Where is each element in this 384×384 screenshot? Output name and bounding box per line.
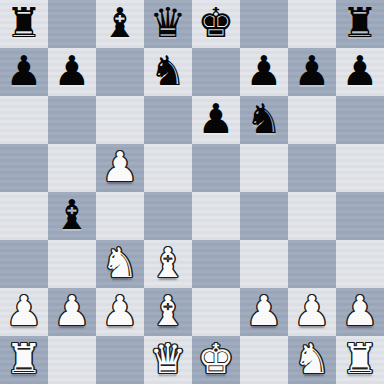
square-d5[interactable] — [144, 144, 192, 192]
square-f6[interactable]: ♞ — [240, 96, 288, 144]
square-d7[interactable]: ♞ — [144, 48, 192, 96]
square-d8[interactable]: ♛ — [144, 0, 192, 48]
square-f2[interactable]: ♟ — [240, 288, 288, 336]
piece-white-pawn[interactable]: ♟ — [342, 288, 379, 335]
square-g3[interactable] — [288, 240, 336, 288]
piece-white-pawn[interactable]: ♟ — [54, 288, 91, 335]
square-g6[interactable] — [288, 96, 336, 144]
piece-white-king[interactable]: ♚ — [198, 336, 235, 383]
square-f1[interactable] — [240, 336, 288, 384]
piece-black-pawn[interactable]: ♟ — [342, 48, 379, 95]
square-a2[interactable]: ♟ — [0, 288, 48, 336]
square-d1[interactable]: ♛ — [144, 336, 192, 384]
square-d4[interactable] — [144, 192, 192, 240]
square-h1[interactable]: ♜ — [336, 336, 384, 384]
square-e3[interactable] — [192, 240, 240, 288]
square-h4[interactable] — [336, 192, 384, 240]
square-e6[interactable]: ♟ — [192, 96, 240, 144]
square-a5[interactable] — [0, 144, 48, 192]
square-d3[interactable]: ♝ — [144, 240, 192, 288]
piece-white-knight[interactable]: ♞ — [294, 336, 331, 383]
square-b7[interactable]: ♟ — [48, 48, 96, 96]
piece-white-rook[interactable]: ♜ — [6, 336, 43, 383]
piece-black-bishop[interactable]: ♝ — [54, 192, 91, 239]
square-c7[interactable] — [96, 48, 144, 96]
square-b2[interactable]: ♟ — [48, 288, 96, 336]
square-a7[interactable]: ♟ — [0, 48, 48, 96]
piece-white-pawn[interactable]: ♟ — [294, 288, 331, 335]
square-a3[interactable] — [0, 240, 48, 288]
square-b5[interactable] — [48, 144, 96, 192]
piece-white-queen[interactable]: ♛ — [150, 336, 187, 383]
piece-black-rook[interactable]: ♜ — [6, 0, 43, 47]
square-g7[interactable]: ♟ — [288, 48, 336, 96]
square-h2[interactable]: ♟ — [336, 288, 384, 336]
square-f4[interactable] — [240, 192, 288, 240]
square-g1[interactable]: ♞ — [288, 336, 336, 384]
square-e5[interactable] — [192, 144, 240, 192]
square-g5[interactable] — [288, 144, 336, 192]
square-c1[interactable] — [96, 336, 144, 384]
piece-black-bishop[interactable]: ♝ — [102, 0, 139, 47]
square-f5[interactable] — [240, 144, 288, 192]
square-c8[interactable]: ♝ — [96, 0, 144, 48]
square-c5[interactable]: ♟ — [96, 144, 144, 192]
square-a4[interactable] — [0, 192, 48, 240]
square-a6[interactable] — [0, 96, 48, 144]
square-f8[interactable] — [240, 0, 288, 48]
square-e7[interactable] — [192, 48, 240, 96]
piece-black-pawn[interactable]: ♟ — [246, 48, 283, 95]
square-a1[interactable]: ♜ — [0, 336, 48, 384]
piece-white-pawn[interactable]: ♟ — [102, 144, 139, 191]
piece-white-bishop[interactable]: ♝ — [150, 288, 187, 335]
square-e4[interactable] — [192, 192, 240, 240]
piece-white-rook[interactable]: ♜ — [342, 336, 379, 383]
square-c3[interactable]: ♞ — [96, 240, 144, 288]
square-h6[interactable] — [336, 96, 384, 144]
square-b1[interactable] — [48, 336, 96, 384]
piece-black-pawn[interactable]: ♟ — [54, 48, 91, 95]
square-e1[interactable]: ♚ — [192, 336, 240, 384]
square-d2[interactable]: ♝ — [144, 288, 192, 336]
chess-board: ♜♝♛♚♜♟♟♞♟♟♟♟♞♟♝♞♝♟♟♟♝♟♟♟♜♛♚♞♜ — [0, 0, 384, 384]
piece-black-pawn[interactable]: ♟ — [6, 48, 43, 95]
square-g8[interactable] — [288, 0, 336, 48]
square-h5[interactable] — [336, 144, 384, 192]
piece-white-pawn[interactable]: ♟ — [6, 288, 43, 335]
square-b6[interactable] — [48, 96, 96, 144]
piece-black-knight[interactable]: ♞ — [246, 96, 283, 143]
piece-black-rook[interactable]: ♜ — [342, 0, 379, 47]
square-b4[interactable]: ♝ — [48, 192, 96, 240]
piece-black-queen[interactable]: ♛ — [150, 0, 187, 47]
piece-black-pawn[interactable]: ♟ — [294, 48, 331, 95]
piece-black-knight[interactable]: ♞ — [150, 48, 187, 95]
square-a8[interactable]: ♜ — [0, 0, 48, 48]
square-b3[interactable] — [48, 240, 96, 288]
square-h3[interactable] — [336, 240, 384, 288]
piece-black-pawn[interactable]: ♟ — [198, 96, 235, 143]
square-h8[interactable]: ♜ — [336, 0, 384, 48]
piece-white-pawn[interactable]: ♟ — [246, 288, 283, 335]
piece-white-pawn[interactable]: ♟ — [102, 288, 139, 335]
piece-black-king[interactable]: ♚ — [198, 0, 235, 47]
square-f3[interactable] — [240, 240, 288, 288]
square-g4[interactable] — [288, 192, 336, 240]
square-e2[interactable] — [192, 288, 240, 336]
square-b8[interactable] — [48, 0, 96, 48]
square-e8[interactable]: ♚ — [192, 0, 240, 48]
square-g2[interactable]: ♟ — [288, 288, 336, 336]
square-c6[interactable] — [96, 96, 144, 144]
square-c2[interactable]: ♟ — [96, 288, 144, 336]
piece-white-knight[interactable]: ♞ — [102, 240, 139, 287]
square-h7[interactable]: ♟ — [336, 48, 384, 96]
square-d6[interactable] — [144, 96, 192, 144]
piece-white-bishop[interactable]: ♝ — [150, 240, 187, 287]
square-f7[interactable]: ♟ — [240, 48, 288, 96]
square-c4[interactable] — [96, 192, 144, 240]
